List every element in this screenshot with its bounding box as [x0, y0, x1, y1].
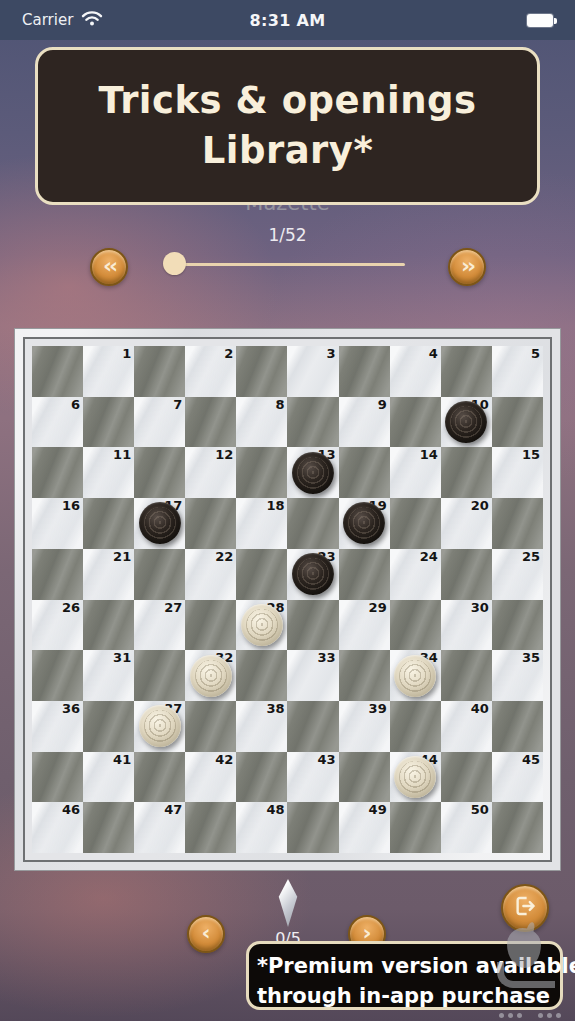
square-47[interactable]: 47	[134, 802, 185, 853]
forward-button[interactable]: ››	[448, 248, 486, 286]
square-number: 33	[318, 651, 336, 665]
app-screen: Carrier 8:31 AM Tricks & openings Librar…	[0, 0, 575, 1021]
square-number: 30	[471, 601, 489, 615]
square-39[interactable]: 39	[339, 701, 390, 752]
square-4[interactable]: 4	[390, 346, 441, 397]
forward-icon: ››	[461, 253, 473, 278]
square-21[interactable]: 21	[83, 549, 134, 600]
square-dark	[390, 600, 441, 651]
square-dark	[339, 549, 390, 600]
white-man-37[interactable]	[139, 705, 181, 747]
premium-line-2: through in-app purchase	[257, 982, 549, 1012]
square-dark	[390, 397, 441, 448]
square-11[interactable]: 11	[83, 447, 134, 498]
square-22[interactable]: 22	[185, 549, 236, 600]
white-man-44[interactable]	[394, 756, 436, 798]
square-dark	[185, 802, 236, 853]
black-man-13[interactable]	[292, 452, 334, 494]
square-number: 20	[471, 499, 489, 513]
black-man-23[interactable]	[292, 553, 334, 595]
square-dark	[83, 498, 134, 549]
square-dark	[287, 600, 338, 651]
square-number: 50	[471, 803, 489, 817]
square-12[interactable]: 12	[185, 447, 236, 498]
title-line-1: Tricks & openings	[98, 76, 476, 126]
square-dark	[134, 752, 185, 803]
square-dark	[441, 549, 492, 600]
square-number: 16	[62, 499, 80, 513]
square-16[interactable]: 16	[32, 498, 83, 549]
square-dark	[441, 650, 492, 701]
black-man-10[interactable]	[445, 401, 487, 443]
square-dark	[134, 650, 185, 701]
square-number: 6	[71, 398, 80, 412]
lesson-slider-track[interactable]	[165, 263, 405, 266]
square-number: 40	[471, 702, 489, 716]
square-7[interactable]: 7	[134, 397, 185, 448]
square-dark	[390, 802, 441, 853]
diamond-indicator	[277, 879, 299, 927]
square-19[interactable]: 19	[339, 498, 390, 549]
black-man-17[interactable]	[139, 502, 181, 544]
square-number: 47	[164, 803, 182, 817]
lesson-slider-thumb[interactable]	[163, 252, 186, 275]
square-number: 15	[522, 448, 540, 462]
export-button[interactable]	[501, 884, 549, 932]
rewind-button[interactable]: ‹‹	[90, 248, 128, 286]
square-dark	[236, 549, 287, 600]
white-man-28[interactable]	[241, 604, 283, 646]
square-number: 2	[224, 347, 233, 361]
square-37[interactable]: 37	[134, 701, 185, 752]
square-dark	[236, 447, 287, 498]
board-frame: 1234567891011121314151617181920212223242…	[14, 328, 561, 871]
square-number: 5	[531, 347, 540, 361]
square-dark	[287, 397, 338, 448]
premium-line-1: *Premium version available	[257, 952, 549, 982]
square-49[interactable]: 49	[339, 802, 390, 853]
battery-full-icon	[527, 14, 553, 27]
status-bar: Carrier 8:31 AM	[0, 0, 575, 40]
square-dark	[287, 498, 338, 549]
square-dark	[185, 397, 236, 448]
square-dark	[236, 346, 287, 397]
square-14[interactable]: 14	[390, 447, 441, 498]
square-dark	[492, 498, 543, 549]
square-dark	[339, 752, 390, 803]
square-number: 3	[327, 347, 336, 361]
square-13[interactable]: 13	[287, 447, 338, 498]
square-35[interactable]: 35	[492, 650, 543, 701]
white-man-34[interactable]	[394, 655, 436, 697]
square-dark	[441, 447, 492, 498]
square-number: 18	[266, 499, 284, 513]
square-15[interactable]: 15	[492, 447, 543, 498]
square-40[interactable]: 40	[441, 701, 492, 752]
square-number: 49	[369, 803, 387, 817]
square-18[interactable]: 18	[236, 498, 287, 549]
square-dark	[492, 397, 543, 448]
square-31[interactable]: 31	[83, 650, 134, 701]
clock: 8:31 AM	[0, 11, 575, 30]
square-26[interactable]: 26	[32, 600, 83, 651]
square-dark	[339, 650, 390, 701]
square-6[interactable]: 6	[32, 397, 83, 448]
square-24[interactable]: 24	[390, 549, 441, 600]
square-number: 45	[522, 753, 540, 767]
square-dark	[492, 701, 543, 752]
square-28[interactable]: 28	[236, 600, 287, 651]
square-number: 21	[113, 550, 131, 564]
white-man-32[interactable]	[190, 655, 232, 697]
square-number: 12	[215, 448, 233, 462]
export-icon	[512, 893, 538, 923]
square-dark	[492, 600, 543, 651]
board-inner-frame: 1234567891011121314151617181920212223242…	[23, 337, 552, 862]
board-grid: 1234567891011121314151617181920212223242…	[32, 346, 543, 853]
square-45[interactable]: 45	[492, 752, 543, 803]
square-34[interactable]: 34	[390, 650, 441, 701]
square-41[interactable]: 41	[83, 752, 134, 803]
square-dark	[287, 802, 338, 853]
square-5[interactable]: 5	[492, 346, 543, 397]
square-dark	[32, 549, 83, 600]
square-dark	[32, 650, 83, 701]
square-dark	[185, 600, 236, 651]
title-banner: Tricks & openings Library*	[35, 47, 540, 205]
square-dark	[32, 752, 83, 803]
square-36[interactable]: 36	[32, 701, 83, 752]
square-number: 1	[122, 347, 131, 361]
square-number: 9	[378, 398, 387, 412]
square-dark	[32, 346, 83, 397]
square-dark	[339, 447, 390, 498]
square-dark	[390, 498, 441, 549]
square-dark	[236, 752, 287, 803]
square-number: 11	[113, 448, 131, 462]
square-number: 24	[420, 550, 438, 564]
square-number: 8	[275, 398, 284, 412]
black-man-19[interactable]	[343, 502, 385, 544]
square-dark	[83, 600, 134, 651]
square-dark	[185, 498, 236, 549]
square-number: 41	[113, 753, 131, 767]
square-42[interactable]: 42	[185, 752, 236, 803]
square-number: 43	[318, 753, 336, 767]
square-27[interactable]: 27	[134, 600, 185, 651]
square-number: 35	[522, 651, 540, 665]
square-number: 38	[266, 702, 284, 716]
square-dark	[83, 802, 134, 853]
square-number: 27	[164, 601, 182, 615]
prev-move-button[interactable]: ‹	[187, 915, 225, 953]
square-1[interactable]: 1	[83, 346, 134, 397]
square-dark	[441, 346, 492, 397]
square-number: 46	[62, 803, 80, 817]
watermark-dots	[499, 1013, 561, 1018]
square-dark	[287, 701, 338, 752]
square-number: 42	[215, 753, 233, 767]
square-dark	[185, 701, 236, 752]
square-dark	[134, 447, 185, 498]
square-8[interactable]: 8	[236, 397, 287, 448]
square-9[interactable]: 9	[339, 397, 390, 448]
square-33[interactable]: 33	[287, 650, 338, 701]
square-46[interactable]: 46	[32, 802, 83, 853]
square-25[interactable]: 25	[492, 549, 543, 600]
title-line-2: Library*	[202, 126, 374, 176]
square-number: 36	[62, 702, 80, 716]
square-17[interactable]: 17	[134, 498, 185, 549]
square-44[interactable]: 44	[390, 752, 441, 803]
square-10[interactable]: 10	[441, 397, 492, 448]
square-number: 26	[62, 601, 80, 615]
square-dark	[236, 650, 287, 701]
square-30[interactable]: 30	[441, 600, 492, 651]
square-38[interactable]: 38	[236, 701, 287, 752]
square-32[interactable]: 32	[185, 650, 236, 701]
square-43[interactable]: 43	[287, 752, 338, 803]
square-29[interactable]: 29	[339, 600, 390, 651]
square-dark	[83, 701, 134, 752]
square-number: 39	[369, 702, 387, 716]
premium-banner: *Premium version available through in-ap…	[246, 941, 563, 1010]
square-number: 31	[113, 651, 131, 665]
square-number: 4	[429, 347, 438, 361]
square-dark	[390, 701, 441, 752]
square-20[interactable]: 20	[441, 498, 492, 549]
square-dark	[134, 346, 185, 397]
square-48[interactable]: 48	[236, 802, 287, 853]
square-number: 14	[420, 448, 438, 462]
square-number: 7	[173, 398, 182, 412]
square-dark	[32, 447, 83, 498]
square-dark	[492, 802, 543, 853]
square-2[interactable]: 2	[185, 346, 236, 397]
square-3[interactable]: 3	[287, 346, 338, 397]
lesson-counter: 1/52	[0, 225, 575, 245]
square-dark	[339, 346, 390, 397]
square-dark	[134, 549, 185, 600]
square-dark	[83, 397, 134, 448]
square-number: 25	[522, 550, 540, 564]
rewind-icon: ‹‹	[103, 253, 115, 278]
square-number: 22	[215, 550, 233, 564]
square-50[interactable]: 50	[441, 802, 492, 853]
square-number: 29	[369, 601, 387, 615]
prev-icon: ‹	[201, 920, 210, 945]
square-23[interactable]: 23	[287, 549, 338, 600]
square-dark	[441, 752, 492, 803]
square-number: 48	[266, 803, 284, 817]
